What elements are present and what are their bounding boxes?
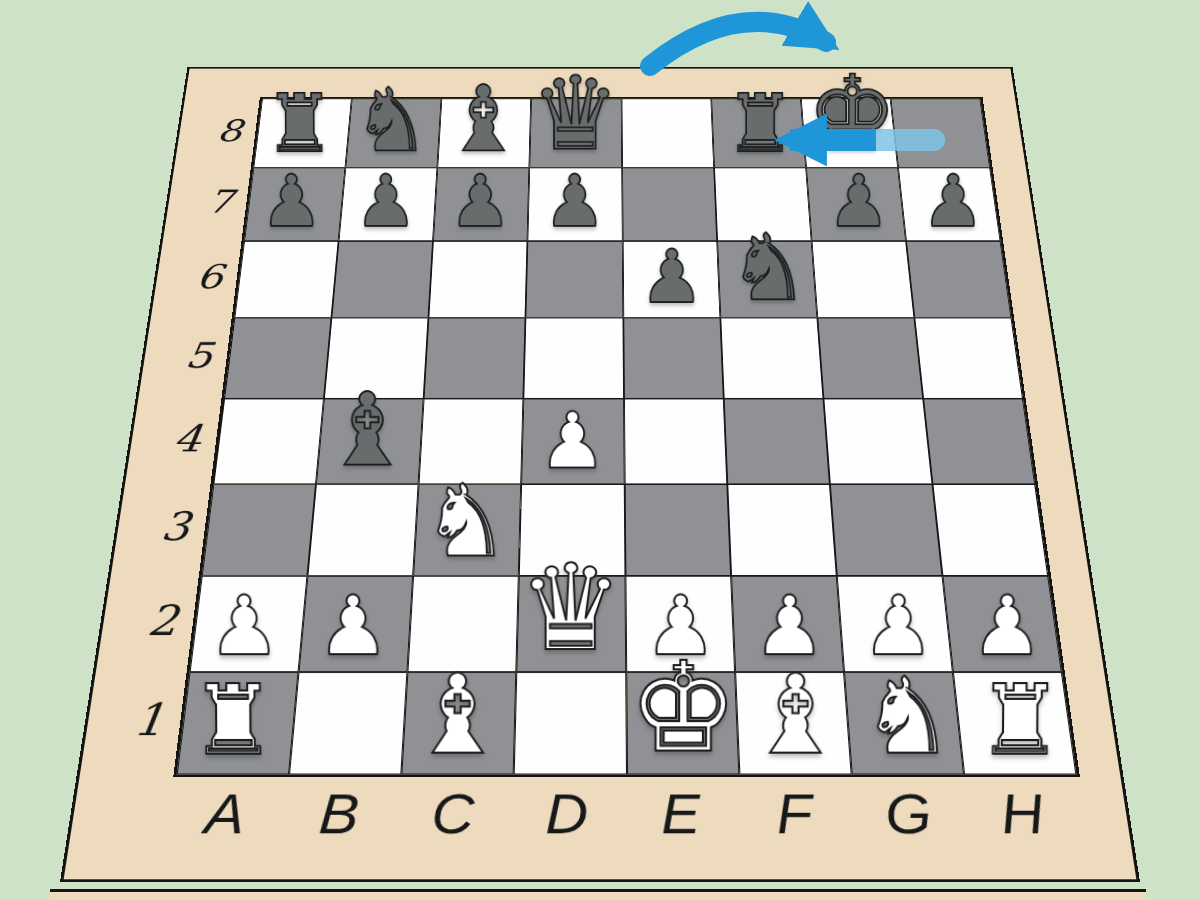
file-label-G: G — [848, 774, 972, 877]
square-g1[interactable]: ♞ — [844, 672, 964, 775]
board-grid: ♜♞♝♛♜♚♟♟♟♟♟♟♟♞♝♟♞♟♟♛♟♟♟♟♜♝♚♝♞♜ — [173, 97, 1080, 778]
square-d2[interactable]: ♛ — [517, 575, 626, 671]
square-f3[interactable] — [727, 484, 837, 575]
piece-white-king-e1[interactable]: ♚ — [628, 645, 738, 770]
square-d6[interactable] — [526, 241, 623, 318]
piece-white-pawn-a2[interactable]: ♟ — [208, 585, 281, 667]
square-d1[interactable] — [514, 672, 626, 775]
square-h2[interactable]: ♟ — [942, 575, 1062, 671]
piece-black-pawn-b7[interactable]: ♟ — [355, 166, 418, 238]
square-a8[interactable]: ♜ — [253, 99, 352, 168]
piece-black-pawn-h7[interactable]: ♟ — [921, 166, 984, 238]
piece-black-pawn-d7[interactable]: ♟ — [544, 166, 607, 238]
square-d4[interactable]: ♟ — [522, 399, 625, 485]
square-c3[interactable]: ♞ — [413, 484, 521, 575]
piece-white-pawn-b2[interactable]: ♟ — [317, 585, 390, 667]
square-b8[interactable]: ♞ — [345, 99, 441, 168]
piece-black-pawn-c7[interactable]: ♟ — [449, 166, 512, 238]
square-g5[interactable] — [817, 318, 923, 399]
square-g7[interactable]: ♟ — [806, 168, 906, 241]
square-d7[interactable]: ♟ — [528, 168, 623, 241]
square-c7[interactable]: ♟ — [433, 168, 529, 241]
square-h7[interactable]: ♟ — [898, 168, 1000, 241]
piece-white-pawn-h2[interactable]: ♟ — [971, 585, 1044, 667]
file-label-D: D — [508, 774, 624, 877]
square-f6[interactable]: ♞ — [717, 241, 817, 318]
castling-illustration: 87654321 ABCDEFGH ♜♞♝♛♜♚♟♟♟♟♟♟♟♞♝♟♞♟♟♛♟♟… — [0, 0, 1200, 900]
square-g3[interactable] — [830, 484, 943, 575]
piece-black-rook-f8[interactable]: ♜ — [725, 84, 795, 164]
piece-white-rook-h1[interactable]: ♜ — [977, 673, 1063, 770]
square-a7[interactable]: ♟ — [244, 168, 345, 241]
piece-white-bishop-f1[interactable]: ♝ — [747, 660, 844, 770]
file-label-F: F — [736, 774, 856, 877]
board-frame: 87654321 ABCDEFGH ♜♞♝♛♜♚♟♟♟♟♟♟♟♞♝♟♞♟♟♛♟♟… — [60, 67, 1140, 883]
square-a6[interactable] — [234, 241, 338, 318]
square-c6[interactable] — [429, 241, 528, 318]
square-h4[interactable] — [923, 399, 1035, 485]
piece-white-rook-a1[interactable]: ♜ — [190, 673, 276, 770]
square-b1[interactable] — [289, 672, 408, 775]
frame-front-edge — [50, 889, 1146, 900]
square-h3[interactable] — [932, 484, 1048, 575]
king-castling-arrow — [650, 22, 826, 66]
square-a4[interactable] — [213, 399, 324, 485]
square-e8[interactable] — [621, 99, 714, 168]
square-e3[interactable] — [624, 484, 730, 575]
square-c5[interactable] — [424, 318, 526, 399]
piece-black-rook-a8[interactable]: ♜ — [264, 84, 335, 164]
piece-black-knight-b8[interactable]: ♞ — [353, 77, 430, 164]
file-label-C: C — [392, 774, 511, 877]
square-e5[interactable] — [623, 318, 723, 399]
square-b7[interactable]: ♟ — [339, 168, 438, 241]
file-label-B: B — [276, 774, 398, 877]
square-b4[interactable]: ♝ — [316, 399, 424, 485]
piece-black-pawn-g7[interactable]: ♟ — [827, 166, 890, 238]
square-c1[interactable]: ♝ — [402, 672, 517, 775]
rank-label-1: 1 — [80, 669, 181, 771]
piece-black-pawn-a7[interactable]: ♟ — [260, 166, 323, 238]
rank-label-7: 7 — [163, 166, 246, 239]
square-a5[interactable] — [224, 318, 331, 399]
square-g4[interactable] — [823, 399, 932, 485]
square-d8[interactable]: ♛ — [530, 99, 622, 168]
rank-label-3: 3 — [111, 482, 205, 573]
piece-black-king-g8[interactable]: ♚ — [807, 61, 898, 164]
file-label-H: H — [961, 774, 1088, 877]
piece-white-knight-g1[interactable]: ♞ — [861, 664, 955, 769]
square-f4[interactable] — [723, 399, 829, 485]
square-h8[interactable] — [890, 99, 990, 168]
square-h5[interactable] — [914, 318, 1023, 399]
piece-black-bishop-b4[interactable]: ♝ — [323, 380, 412, 481]
square-e4[interactable] — [624, 399, 727, 485]
square-f5[interactable] — [720, 318, 823, 399]
square-f1[interactable]: ♝ — [735, 672, 852, 775]
square-c8[interactable]: ♝ — [438, 99, 532, 168]
rank-label-6: 6 — [151, 239, 236, 316]
rank-label-2: 2 — [96, 573, 193, 669]
square-b2[interactable]: ♟ — [299, 575, 414, 671]
piece-white-pawn-d4[interactable]: ♟ — [539, 403, 607, 480]
square-e1[interactable]: ♚ — [626, 672, 739, 775]
square-b6[interactable] — [332, 241, 434, 318]
piece-black-pawn-e6[interactable]: ♟ — [639, 240, 703, 313]
square-a3[interactable] — [202, 484, 316, 575]
piece-black-bishop-c8[interactable]: ♝ — [444, 74, 524, 165]
square-d5[interactable] — [524, 318, 624, 399]
square-e6[interactable]: ♟ — [622, 241, 720, 318]
rank-label-4: 4 — [125, 396, 216, 482]
rank-label-8: 8 — [174, 97, 254, 166]
piece-white-queen-d2[interactable]: ♛ — [519, 548, 624, 667]
square-f8[interactable]: ♜ — [711, 99, 806, 168]
square-a2[interactable]: ♟ — [190, 575, 308, 671]
square-g6[interactable] — [811, 241, 914, 318]
rank-label-5: 5 — [139, 315, 227, 396]
piece-white-bishop-c1[interactable]: ♝ — [409, 660, 506, 770]
file-labels: ABCDEFGH — [160, 774, 1087, 877]
square-b3[interactable] — [308, 484, 419, 575]
square-g8[interactable]: ♚ — [801, 99, 898, 168]
square-e7[interactable] — [622, 168, 717, 241]
square-h1[interactable]: ♜ — [953, 672, 1077, 775]
piece-black-knight-f6[interactable]: ♞ — [728, 222, 809, 314]
square-a1[interactable]: ♜ — [177, 672, 299, 775]
piece-black-queen-d8[interactable]: ♛ — [531, 63, 620, 164]
piece-white-knight-c3[interactable]: ♞ — [422, 471, 510, 571]
file-label-A: A — [160, 774, 286, 877]
square-h6[interactable] — [906, 241, 1011, 318]
file-label-E: E — [623, 774, 740, 877]
